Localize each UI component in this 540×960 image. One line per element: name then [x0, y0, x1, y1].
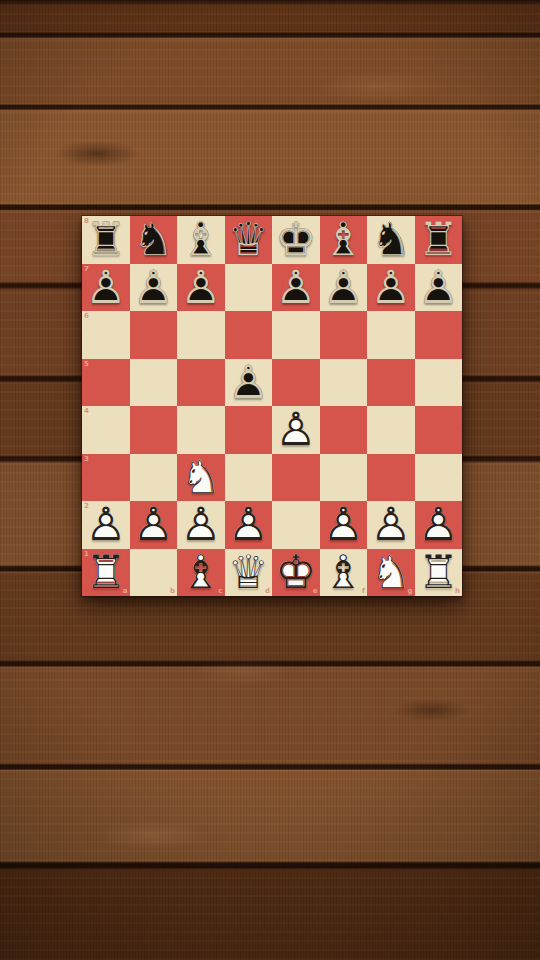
piece-white-king[interactable]: ♚♔ — [272, 549, 320, 597]
piece-white-rook[interactable]: ♜♖ — [415, 549, 463, 597]
square-f2[interactable]: ♟♙ — [320, 501, 368, 549]
square-h6[interactable] — [415, 311, 463, 359]
square-a4[interactable]: 4 — [82, 406, 130, 454]
square-g4[interactable] — [367, 406, 415, 454]
square-f1[interactable]: ♝♗f — [320, 549, 368, 597]
piece-black-knight[interactable]: ♞♘ — [130, 216, 178, 264]
piece-black-pawn[interactable]: ♟♙ — [272, 264, 320, 312]
square-e3[interactable] — [272, 454, 320, 502]
piece-white-knight[interactable]: ♞♘ — [367, 549, 415, 597]
square-b7[interactable]: ♟♙ — [130, 264, 178, 312]
rank-label-4: 4 — [84, 407, 89, 415]
square-h3[interactable] — [415, 454, 463, 502]
piece-glyph-detail: ♗ — [177, 216, 225, 264]
piece-glyph-detail: ♙ — [415, 501, 463, 549]
piece-glyph-detail: ♙ — [320, 501, 368, 549]
square-c8[interactable]: ♝♗ — [177, 216, 225, 264]
square-d6[interactable] — [225, 311, 273, 359]
square-d3[interactable] — [225, 454, 273, 502]
piece-white-pawn[interactable]: ♟♙ — [130, 501, 178, 549]
piece-white-pawn[interactable]: ♟♙ — [272, 406, 320, 454]
square-e5[interactable] — [272, 359, 320, 407]
piece-glyph-detail: ♙ — [272, 264, 320, 312]
square-a5[interactable]: 5 — [82, 359, 130, 407]
piece-glyph-detail: ♙ — [82, 501, 130, 549]
square-b2[interactable]: ♟♙ — [130, 501, 178, 549]
piece-white-knight[interactable]: ♞♘ — [177, 454, 225, 502]
piece-glyph-detail: ♘ — [367, 216, 415, 264]
square-g2[interactable]: ♟♙ — [367, 501, 415, 549]
rank-label-5: 5 — [84, 360, 89, 368]
square-d7[interactable] — [225, 264, 273, 312]
square-h5[interactable] — [415, 359, 463, 407]
square-c3[interactable]: ♞♘ — [177, 454, 225, 502]
piece-glyph-detail: ♙ — [367, 264, 415, 312]
square-h1[interactable]: ♜♖h — [415, 549, 463, 597]
piece-glyph-detail: ♙ — [177, 264, 225, 312]
piece-white-pawn[interactable]: ♟♙ — [225, 501, 273, 549]
piece-black-bishop[interactable]: ♝♗ — [177, 216, 225, 264]
piece-white-rook[interactable]: ♜♖ — [82, 549, 130, 597]
piece-white-pawn[interactable]: ♟♙ — [367, 501, 415, 549]
file-label-b: b — [170, 587, 175, 595]
piece-glyph-detail: ♖ — [82, 216, 130, 264]
piece-black-knight[interactable]: ♞♘ — [367, 216, 415, 264]
piece-glyph-detail: ♙ — [320, 264, 368, 312]
square-e4[interactable]: ♟♙ — [272, 406, 320, 454]
square-a8[interactable]: ♜♖8 — [82, 216, 130, 264]
piece-glyph-detail: ♘ — [130, 216, 178, 264]
square-d5[interactable]: ♟♙ — [225, 359, 273, 407]
piece-glyph-detail: ♖ — [82, 549, 130, 597]
square-g6[interactable] — [367, 311, 415, 359]
square-c5[interactable] — [177, 359, 225, 407]
square-a6[interactable]: 6 — [82, 311, 130, 359]
square-e8[interactable]: ♚♔ — [272, 216, 320, 264]
square-e2[interactable] — [272, 501, 320, 549]
square-b3[interactable] — [130, 454, 178, 502]
square-f6[interactable] — [320, 311, 368, 359]
square-c1[interactable]: ♝♗c — [177, 549, 225, 597]
square-h7[interactable]: ♟♙ — [415, 264, 463, 312]
piece-glyph-detail: ♔ — [272, 216, 320, 264]
piece-black-bishop[interactable]: ♝♗ — [320, 216, 368, 264]
piece-black-pawn[interactable]: ♟♙ — [415, 264, 463, 312]
piece-glyph-detail: ♙ — [415, 264, 463, 312]
square-b6[interactable] — [130, 311, 178, 359]
piece-black-queen[interactable]: ♛♕ — [225, 216, 273, 264]
piece-glyph-detail: ♙ — [177, 501, 225, 549]
square-c2[interactable]: ♟♙ — [177, 501, 225, 549]
piece-glyph-detail: ♙ — [130, 264, 178, 312]
square-d4[interactable] — [225, 406, 273, 454]
square-b8[interactable]: ♞♘ — [130, 216, 178, 264]
rank-label-6: 6 — [84, 312, 89, 320]
piece-glyph-detail: ♖ — [415, 216, 463, 264]
piece-glyph-detail: ♙ — [82, 264, 130, 312]
piece-white-pawn[interactable]: ♟♙ — [177, 501, 225, 549]
piece-glyph-detail: ♙ — [367, 501, 415, 549]
piece-glyph-detail: ♕ — [225, 549, 273, 597]
piece-glyph-detail: ♘ — [367, 549, 415, 597]
square-f5[interactable] — [320, 359, 368, 407]
piece-white-queen[interactable]: ♛♕ — [225, 549, 273, 597]
piece-white-pawn[interactable]: ♟♙ — [415, 501, 463, 549]
piece-white-bishop[interactable]: ♝♗ — [320, 549, 368, 597]
piece-glyph-detail: ♙ — [225, 501, 273, 549]
square-e1[interactable]: ♚♔e — [272, 549, 320, 597]
piece-glyph-detail: ♔ — [272, 549, 320, 597]
square-e6[interactable] — [272, 311, 320, 359]
square-b1[interactable]: b — [130, 549, 178, 597]
square-a1[interactable]: ♜♖1a — [82, 549, 130, 597]
square-g7[interactable]: ♟♙ — [367, 264, 415, 312]
square-h4[interactable] — [415, 406, 463, 454]
square-g3[interactable] — [367, 454, 415, 502]
square-d2[interactable]: ♟♙ — [225, 501, 273, 549]
square-g5[interactable] — [367, 359, 415, 407]
square-f3[interactable] — [320, 454, 368, 502]
square-a7[interactable]: ♟♙7 — [82, 264, 130, 312]
piece-glyph-detail: ♕ — [225, 216, 273, 264]
piece-black-pawn[interactable]: ♟♙ — [177, 264, 225, 312]
piece-glyph-detail: ♘ — [177, 454, 225, 502]
square-c7[interactable]: ♟♙ — [177, 264, 225, 312]
piece-glyph-detail: ♙ — [130, 501, 178, 549]
square-b4[interactable] — [130, 406, 178, 454]
chess-board: ♜♖8♞♘♝♗♛♕♚♔♝♗♞♘♜♖♟♙7♟♙♟♙♟♙♟♙♟♙♟♙65♟♙4♟♙3… — [82, 216, 462, 596]
square-e7[interactable]: ♟♙ — [272, 264, 320, 312]
wood-table-background: ♜♖8♞♘♝♗♛♕♚♔♝♗♞♘♜♖♟♙7♟♙♟♙♟♙♟♙♟♙♟♙65♟♙4♟♙3… — [0, 0, 540, 960]
square-h2[interactable]: ♟♙ — [415, 501, 463, 549]
piece-white-pawn[interactable]: ♟♙ — [320, 501, 368, 549]
piece-glyph-detail: ♖ — [415, 549, 463, 597]
square-d1[interactable]: ♛♕d — [225, 549, 273, 597]
piece-black-pawn[interactable]: ♟♙ — [225, 359, 273, 407]
square-g1[interactable]: ♞♘g — [367, 549, 415, 597]
piece-glyph-detail: ♗ — [320, 216, 368, 264]
piece-black-rook[interactable]: ♜♖ — [415, 216, 463, 264]
piece-glyph-detail: ♙ — [225, 359, 273, 407]
piece-black-pawn[interactable]: ♟♙ — [320, 264, 368, 312]
square-c6[interactable] — [177, 311, 225, 359]
square-a3[interactable]: 3 — [82, 454, 130, 502]
square-f4[interactable] — [320, 406, 368, 454]
square-b5[interactable] — [130, 359, 178, 407]
piece-white-bishop[interactable]: ♝♗ — [177, 549, 225, 597]
square-f8[interactable]: ♝♗ — [320, 216, 368, 264]
piece-black-pawn[interactable]: ♟♙ — [367, 264, 415, 312]
piece-black-pawn[interactable]: ♟♙ — [82, 264, 130, 312]
piece-glyph-detail: ♗ — [177, 549, 225, 597]
piece-black-pawn[interactable]: ♟♙ — [130, 264, 178, 312]
piece-glyph-detail: ♙ — [272, 406, 320, 454]
piece-glyph-detail: ♗ — [320, 549, 368, 597]
piece-white-pawn[interactable]: ♟♙ — [82, 501, 130, 549]
square-a2[interactable]: ♟♙2 — [82, 501, 130, 549]
piece-black-king[interactable]: ♚♔ — [272, 216, 320, 264]
square-f7[interactable]: ♟♙ — [320, 264, 368, 312]
square-g8[interactable]: ♞♘ — [367, 216, 415, 264]
rank-label-3: 3 — [84, 455, 89, 463]
square-c4[interactable] — [177, 406, 225, 454]
piece-black-rook[interactable]: ♜♖ — [82, 216, 130, 264]
square-d8[interactable]: ♛♕ — [225, 216, 273, 264]
square-h8[interactable]: ♜♖ — [415, 216, 463, 264]
